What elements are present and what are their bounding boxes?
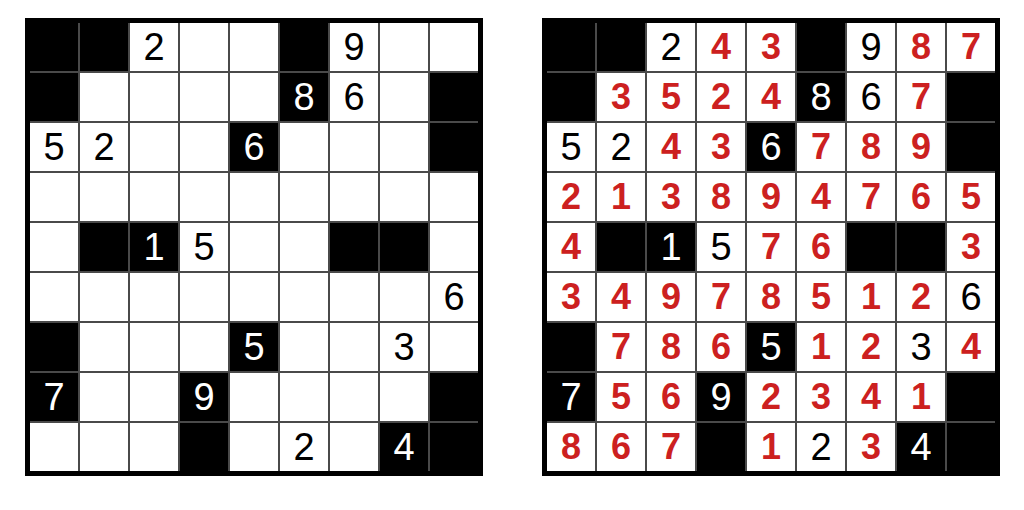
puzzle-cell-r5c1: [30, 223, 78, 271]
puzzle-cell-r3c8: [380, 123, 428, 171]
solution-cell-r6c9: 6: [947, 273, 995, 321]
puzzle-cell-r9c7: [330, 423, 378, 471]
puzzle-board: 2986526156537924: [25, 18, 483, 476]
puzzle-cell-r1c7: 9: [330, 23, 378, 71]
solution-cell-r2c6: 8: [797, 73, 845, 121]
puzzle-cell-r3c6: [280, 123, 328, 171]
solution-cell-r7c1: [547, 323, 595, 371]
puzzle-cell-r5c3: 1: [130, 223, 178, 271]
solution-cell-r2c4: 2: [697, 73, 745, 121]
solution-cell-r6c8: 2: [897, 273, 945, 321]
solution-cell-r8c9: [947, 373, 995, 421]
solution-cell-r8c2: 5: [597, 373, 645, 421]
solution-cell-r9c3: 7: [647, 423, 695, 471]
solution-cell-r2c1: [547, 73, 595, 121]
solution-cell-r4c4: 8: [697, 173, 745, 221]
solution-cell-r5c1: 4: [547, 223, 595, 271]
puzzle-cell-r2c9: [430, 73, 478, 121]
solution-cell-r4c2: 1: [597, 173, 645, 221]
solution-cell-r9c9: [947, 423, 995, 471]
puzzle-cell-r7c2: [80, 323, 128, 371]
puzzle-cell-r1c1: [30, 23, 78, 71]
puzzle-cell-r7c5: 5: [230, 323, 278, 371]
solution-cell-r5c3: 1: [647, 223, 695, 271]
solution-cell-r3c7: 8: [847, 123, 895, 171]
puzzle-cell-r6c9: 6: [430, 273, 478, 321]
puzzle-cell-r5c6: [280, 223, 328, 271]
solution-cell-r7c2: 7: [597, 323, 645, 371]
solution-cell-r6c5: 8: [747, 273, 795, 321]
puzzle-cell-r7c8: 3: [380, 323, 428, 371]
solution-cell-r4c3: 3: [647, 173, 695, 221]
solution-cell-r3c9: [947, 123, 995, 171]
page: 2986526156537924 24398735248675243678921…: [0, 0, 1024, 510]
puzzle-cell-r2c3: [130, 73, 178, 121]
puzzle-cell-r5c4: 5: [180, 223, 228, 271]
solution-cell-r2c2: 3: [597, 73, 645, 121]
puzzle-cell-r7c1: [30, 323, 78, 371]
puzzle-cell-r4c8: [380, 173, 428, 221]
puzzle-cell-r6c2: [80, 273, 128, 321]
solution-cell-r5c4: 5: [697, 223, 745, 271]
solution-cell-r5c9: 3: [947, 223, 995, 271]
solution-cell-r6c3: 9: [647, 273, 695, 321]
solution-cell-r7c5: 5: [747, 323, 795, 371]
puzzle-cell-r9c5: [230, 423, 278, 471]
solution-cell-r2c3: 5: [647, 73, 695, 121]
puzzle-cell-r2c2: [80, 73, 128, 121]
puzzle-cell-r8c7: [330, 373, 378, 421]
solution-cell-r5c2: [597, 223, 645, 271]
puzzle-cell-r9c3: [130, 423, 178, 471]
puzzle-cell-r8c4: 9: [180, 373, 228, 421]
puzzle-cell-r3c5: 6: [230, 123, 278, 171]
puzzle-cell-r5c5: [230, 223, 278, 271]
solution-cell-r4c7: 7: [847, 173, 895, 221]
puzzle-cell-r2c7: 6: [330, 73, 378, 121]
solution-cell-r5c7: [847, 223, 895, 271]
solution-cell-r1c3: 2: [647, 23, 695, 71]
solution-cell-r8c5: 2: [747, 373, 795, 421]
solution-cell-r7c6: 1: [797, 323, 845, 371]
puzzle-cell-r6c3: [130, 273, 178, 321]
solution-cell-r6c2: 4: [597, 273, 645, 321]
puzzle-cell-r5c8: [380, 223, 428, 271]
solution-cell-r6c4: 7: [697, 273, 745, 321]
puzzle-cell-r7c7: [330, 323, 378, 371]
puzzle-cell-r7c6: [280, 323, 328, 371]
puzzle-cell-r3c2: 2: [80, 123, 128, 171]
solution-cell-r3c8: 9: [897, 123, 945, 171]
solution-cell-r8c7: 4: [847, 373, 895, 421]
solution-cell-r1c7: 9: [847, 23, 895, 71]
solution-cell-r2c9: [947, 73, 995, 121]
solution-cell-r3c6: 7: [797, 123, 845, 171]
puzzle-cell-r6c7: [330, 273, 378, 321]
puzzle-cell-r4c5: [230, 173, 278, 221]
puzzle-cell-r3c9: [430, 123, 478, 171]
puzzle-cell-r5c2: [80, 223, 128, 271]
puzzle-cell-r2c4: [180, 73, 228, 121]
solution-cell-r1c8: 8: [897, 23, 945, 71]
puzzle-cell-r8c9: [430, 373, 478, 421]
solution-cell-r9c5: 1: [747, 423, 795, 471]
solution-cell-r4c9: 5: [947, 173, 995, 221]
solution-cell-r1c2: [597, 23, 645, 71]
puzzle-cell-r8c8: [380, 373, 428, 421]
solution-cell-r8c3: 6: [647, 373, 695, 421]
solution-cell-r8c8: 1: [897, 373, 945, 421]
puzzle-cell-r2c6: 8: [280, 73, 328, 121]
solution-cell-r8c6: 3: [797, 373, 845, 421]
solution-cell-r9c1: 8: [547, 423, 595, 471]
puzzle-cell-r1c5: [230, 23, 278, 71]
solution-cell-r9c4: [697, 423, 745, 471]
solution-cell-r2c7: 6: [847, 73, 895, 121]
solution-cell-r5c5: 7: [747, 223, 795, 271]
solution-cell-r6c7: 1: [847, 273, 895, 321]
solution-cell-r1c6: [797, 23, 845, 71]
solution-cell-r3c5: 6: [747, 123, 795, 171]
puzzle-cell-r8c3: [130, 373, 178, 421]
puzzle-cell-r1c3: 2: [130, 23, 178, 71]
puzzle-cell-r4c7: [330, 173, 378, 221]
solution-cell-r6c6: 5: [797, 273, 845, 321]
solution-board: 2439873524867524367892138947654157633497…: [542, 18, 1000, 476]
puzzle-cell-r9c9: [430, 423, 478, 471]
puzzle-cell-r4c2: [80, 173, 128, 221]
solution-cell-r9c7: 3: [847, 423, 895, 471]
puzzle-cell-r9c6: 2: [280, 423, 328, 471]
puzzle-cell-r6c8: [380, 273, 428, 321]
puzzle-cell-r8c5: [230, 373, 278, 421]
puzzle-cell-r6c1: [30, 273, 78, 321]
puzzle-cell-r1c9: [430, 23, 478, 71]
puzzle-cell-r9c2: [80, 423, 128, 471]
puzzle-cell-r4c4: [180, 173, 228, 221]
puzzle-cell-r7c4: [180, 323, 228, 371]
solution-cell-r3c4: 3: [697, 123, 745, 171]
solution-cell-r5c6: 6: [797, 223, 845, 271]
solution-cell-r7c4: 6: [697, 323, 745, 371]
solution-cell-r1c5: 3: [747, 23, 795, 71]
solution-cell-r4c6: 4: [797, 173, 845, 221]
puzzle-cell-r1c4: [180, 23, 228, 71]
solution-cell-r8c1: 7: [547, 373, 595, 421]
solution-cell-r9c6: 2: [797, 423, 845, 471]
solution-cell-r4c1: 2: [547, 173, 595, 221]
puzzle-cell-r4c6: [280, 173, 328, 221]
solution-cell-r3c3: 4: [647, 123, 695, 171]
solution-cell-r3c2: 2: [597, 123, 645, 171]
solution-cell-r2c8: 7: [897, 73, 945, 121]
puzzle-cell-r1c8: [380, 23, 428, 71]
puzzle-cell-r4c1: [30, 173, 78, 221]
puzzle-cell-r8c2: [80, 373, 128, 421]
solution-cell-r4c8: 6: [897, 173, 945, 221]
solution-cell-r2c5: 4: [747, 73, 795, 121]
solution-cell-r8c4: 9: [697, 373, 745, 421]
puzzle-cell-r2c1: [30, 73, 78, 121]
puzzle-cell-r8c6: [280, 373, 328, 421]
solution-cell-r7c7: 2: [847, 323, 895, 371]
puzzle-cell-r1c6: [280, 23, 328, 71]
puzzle-cell-r7c3: [130, 323, 178, 371]
solution-cell-r5c8: [897, 223, 945, 271]
puzzle-cell-r3c7: [330, 123, 378, 171]
puzzle-cell-r9c4: [180, 423, 228, 471]
puzzle-cell-r2c8: [380, 73, 428, 121]
solution-cell-r3c1: 5: [547, 123, 595, 171]
solution-cell-r1c9: 7: [947, 23, 995, 71]
puzzle-cell-r6c4: [180, 273, 228, 321]
puzzle-cell-r3c1: 5: [30, 123, 78, 171]
solution-cell-r4c5: 9: [747, 173, 795, 221]
puzzle-cell-r3c3: [130, 123, 178, 171]
solution-cell-r7c3: 8: [647, 323, 695, 371]
solution-cell-r7c8: 3: [897, 323, 945, 371]
puzzle-cell-r1c2: [80, 23, 128, 71]
solution-cell-r1c4: 4: [697, 23, 745, 71]
puzzle-cell-r6c5: [230, 273, 278, 321]
puzzle-cell-r7c9: [430, 323, 478, 371]
solution-cell-r6c1: 3: [547, 273, 595, 321]
solution-cell-r1c1: [547, 23, 595, 71]
puzzle-cell-r6c6: [280, 273, 328, 321]
puzzle-cell-r2c5: [230, 73, 278, 121]
solution-cell-r9c8: 4: [897, 423, 945, 471]
puzzle-cell-r5c7: [330, 223, 378, 271]
puzzle-cell-r4c9: [430, 173, 478, 221]
puzzle-cell-r9c1: [30, 423, 78, 471]
puzzle-cell-r3c4: [180, 123, 228, 171]
puzzle-cell-r8c1: 7: [30, 373, 78, 421]
puzzle-cell-r4c3: [130, 173, 178, 221]
solution-cell-r7c9: 4: [947, 323, 995, 371]
puzzle-cell-r9c8: 4: [380, 423, 428, 471]
puzzle-cell-r5c9: [430, 223, 478, 271]
solution-cell-r9c2: 6: [597, 423, 645, 471]
